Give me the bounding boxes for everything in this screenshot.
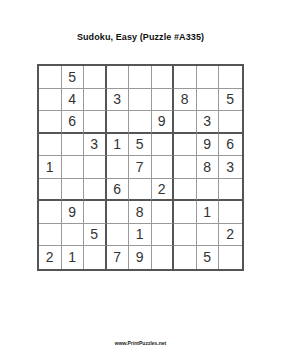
cell-r8c3-given: 5 bbox=[84, 224, 107, 247]
cell-r4c8-given: 9 bbox=[197, 134, 220, 157]
cell-r1c6-empty[interactable] bbox=[152, 66, 175, 89]
cell-r3c4-empty[interactable] bbox=[107, 111, 130, 134]
sudoku-board: 543856933159617836298151221795 bbox=[37, 64, 244, 271]
cell-r1c7-empty[interactable] bbox=[174, 66, 197, 89]
cell-r9c9-empty[interactable] bbox=[219, 246, 242, 269]
cell-r7c8-given: 1 bbox=[197, 201, 220, 224]
cell-r4c9-given: 6 bbox=[219, 134, 242, 157]
cell-r2c3-empty[interactable] bbox=[84, 89, 107, 112]
cell-r9c7-empty[interactable] bbox=[174, 246, 197, 269]
cell-r3c7-empty[interactable] bbox=[174, 111, 197, 134]
cell-r9c6-empty[interactable] bbox=[152, 246, 175, 269]
cell-r5c9-given: 3 bbox=[219, 156, 242, 179]
cell-r8c2-empty[interactable] bbox=[62, 224, 85, 247]
cell-r8c6-empty[interactable] bbox=[152, 224, 175, 247]
cell-r3c6-given: 9 bbox=[152, 111, 175, 134]
cell-r5c8-given: 8 bbox=[197, 156, 220, 179]
cell-r1c4-empty[interactable] bbox=[107, 66, 130, 89]
cell-r4c5-given: 5 bbox=[129, 134, 152, 157]
cell-r7c6-empty[interactable] bbox=[152, 201, 175, 224]
cell-r6c7-empty[interactable] bbox=[174, 179, 197, 202]
cell-r5c3-empty[interactable] bbox=[84, 156, 107, 179]
cell-r9c2-given: 1 bbox=[62, 246, 85, 269]
cell-r5c2-empty[interactable] bbox=[62, 156, 85, 179]
cell-r2c8-empty[interactable] bbox=[197, 89, 220, 112]
cell-r8c1-empty[interactable] bbox=[39, 224, 62, 247]
cell-r2c6-empty[interactable] bbox=[152, 89, 175, 112]
cell-r9c3-empty[interactable] bbox=[84, 246, 107, 269]
cell-r9c4-given: 7 bbox=[107, 246, 130, 269]
cell-r2c9-given: 5 bbox=[219, 89, 242, 112]
cell-r8c5-given: 1 bbox=[129, 224, 152, 247]
cell-r8c4-empty[interactable] bbox=[107, 224, 130, 247]
cell-r2c5-empty[interactable] bbox=[129, 89, 152, 112]
cell-r8c9-given: 2 bbox=[219, 224, 242, 247]
cell-r8c7-empty[interactable] bbox=[174, 224, 197, 247]
cell-r3c9-empty[interactable] bbox=[219, 111, 242, 134]
cell-r6c6-given: 2 bbox=[152, 179, 175, 202]
cell-r1c8-empty[interactable] bbox=[197, 66, 220, 89]
cell-r4c7-empty[interactable] bbox=[174, 134, 197, 157]
cell-r6c3-empty[interactable] bbox=[84, 179, 107, 202]
cell-r3c3-empty[interactable] bbox=[84, 111, 107, 134]
cell-r1c2-given: 5 bbox=[62, 66, 85, 89]
cell-r4c4-given: 1 bbox=[107, 134, 130, 157]
cell-r3c5-empty[interactable] bbox=[129, 111, 152, 134]
cell-r8c8-empty[interactable] bbox=[197, 224, 220, 247]
cell-r4c3-given: 3 bbox=[84, 134, 107, 157]
cell-r7c9-empty[interactable] bbox=[219, 201, 242, 224]
page-title: Sudoku, Easy (Puzzle #A335) bbox=[0, 32, 281, 42]
sudoku-page: Sudoku, Easy (Puzzle #A335) 543856933159… bbox=[0, 0, 281, 363]
cell-r4c1-empty[interactable] bbox=[39, 134, 62, 157]
footer-url: www.PrintPuzzles.net bbox=[0, 340, 281, 346]
cell-r6c4-given: 6 bbox=[107, 179, 130, 202]
cell-r5c1-given: 1 bbox=[39, 156, 62, 179]
cell-r4c2-empty[interactable] bbox=[62, 134, 85, 157]
cell-r6c2-empty[interactable] bbox=[62, 179, 85, 202]
cell-r1c3-empty[interactable] bbox=[84, 66, 107, 89]
cell-r7c2-given: 9 bbox=[62, 201, 85, 224]
cell-r6c1-empty[interactable] bbox=[39, 179, 62, 202]
cell-r3c2-given: 6 bbox=[62, 111, 85, 134]
cell-r1c5-empty[interactable] bbox=[129, 66, 152, 89]
cell-r5c6-empty[interactable] bbox=[152, 156, 175, 179]
cell-r3c8-given: 3 bbox=[197, 111, 220, 134]
cell-r2c7-given: 8 bbox=[174, 89, 197, 112]
cell-r4c6-empty[interactable] bbox=[152, 134, 175, 157]
cell-r5c4-empty[interactable] bbox=[107, 156, 130, 179]
cell-r6c5-empty[interactable] bbox=[129, 179, 152, 202]
cell-r7c3-empty[interactable] bbox=[84, 201, 107, 224]
cell-r5c5-given: 7 bbox=[129, 156, 152, 179]
cell-r7c1-empty[interactable] bbox=[39, 201, 62, 224]
cell-r7c7-empty[interactable] bbox=[174, 201, 197, 224]
cell-r7c5-given: 8 bbox=[129, 201, 152, 224]
cell-r6c9-empty[interactable] bbox=[219, 179, 242, 202]
cell-r2c2-given: 4 bbox=[62, 89, 85, 112]
cell-r9c8-given: 5 bbox=[197, 246, 220, 269]
cell-r7c4-empty[interactable] bbox=[107, 201, 130, 224]
cell-r1c1-empty[interactable] bbox=[39, 66, 62, 89]
cell-r1c9-empty[interactable] bbox=[219, 66, 242, 89]
cell-r3c1-empty[interactable] bbox=[39, 111, 62, 134]
cell-r9c1-given: 2 bbox=[39, 246, 62, 269]
cell-r6c8-empty[interactable] bbox=[197, 179, 220, 202]
cell-r2c4-given: 3 bbox=[107, 89, 130, 112]
cell-r5c7-empty[interactable] bbox=[174, 156, 197, 179]
cell-r2c1-empty[interactable] bbox=[39, 89, 62, 112]
cell-r9c5-given: 9 bbox=[129, 246, 152, 269]
